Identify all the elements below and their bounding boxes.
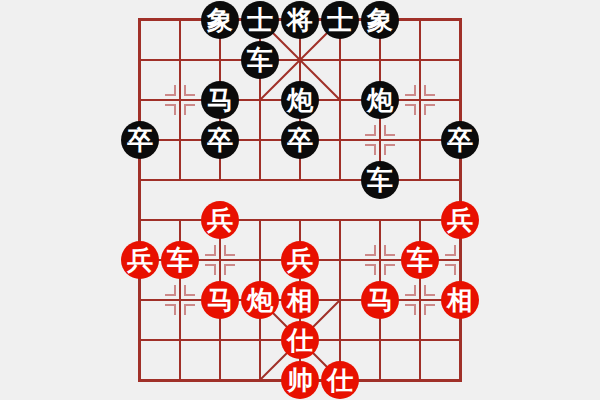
point-marker xyxy=(365,264,376,275)
point-marker xyxy=(405,304,416,315)
point-marker xyxy=(445,245,456,256)
point-marker xyxy=(205,245,216,256)
piece-black-pawn[interactable]: 卒 xyxy=(201,121,239,159)
piece-red-pawn[interactable]: 兵 xyxy=(201,201,239,239)
grid-line xyxy=(419,20,421,181)
point-marker xyxy=(384,245,395,256)
piece-black-pawn[interactable]: 卒 xyxy=(441,121,479,159)
piece-red-advisor[interactable]: 仕 xyxy=(321,361,359,399)
piece-red-chariot[interactable]: 车 xyxy=(161,241,199,279)
point-marker xyxy=(165,104,176,115)
point-marker xyxy=(184,85,195,96)
xiangqi-board: 象士将士象车马炮炮卒卒卒卒车兵兵兵车兵车马炮相马相仕帅仕 xyxy=(140,20,460,380)
point-marker xyxy=(405,85,416,96)
point-marker xyxy=(184,304,195,315)
piece-black-advisor[interactable]: 士 xyxy=(241,1,279,39)
point-marker xyxy=(424,304,435,315)
grid-line xyxy=(179,20,181,181)
point-marker xyxy=(445,264,456,275)
piece-black-chariot[interactable]: 车 xyxy=(361,161,399,199)
piece-red-advisor[interactable]: 仕 xyxy=(281,321,319,359)
piece-red-horse[interactable]: 马 xyxy=(201,281,239,319)
piece-black-pawn[interactable]: 卒 xyxy=(281,121,319,159)
piece-red-chariot[interactable]: 车 xyxy=(401,241,439,279)
piece-black-general[interactable]: 将 xyxy=(281,1,319,39)
point-marker xyxy=(424,85,435,96)
point-marker xyxy=(165,85,176,96)
point-marker xyxy=(405,104,416,115)
piece-red-pawn[interactable]: 兵 xyxy=(281,241,319,279)
piece-red-cannon[interactable]: 炮 xyxy=(241,281,279,319)
point-marker xyxy=(224,245,235,256)
piece-red-pawn[interactable]: 兵 xyxy=(441,201,479,239)
piece-red-elephant[interactable]: 相 xyxy=(441,281,479,319)
piece-black-advisor[interactable]: 士 xyxy=(321,1,359,39)
xiangqi-screenshot: 象士将士象车马炮炮卒卒卒卒车兵兵兵车兵车马炮相马相仕帅仕 xyxy=(0,0,600,400)
point-marker xyxy=(184,104,195,115)
point-marker xyxy=(384,264,395,275)
point-marker xyxy=(365,144,376,155)
piece-black-pawn[interactable]: 卒 xyxy=(121,121,159,159)
point-marker xyxy=(405,285,416,296)
point-marker xyxy=(384,144,395,155)
point-marker xyxy=(424,285,435,296)
point-marker xyxy=(184,285,195,296)
point-marker xyxy=(205,264,216,275)
piece-black-chariot[interactable]: 车 xyxy=(241,41,279,79)
point-marker xyxy=(365,245,376,256)
point-marker xyxy=(165,304,176,315)
piece-red-horse[interactable]: 马 xyxy=(361,281,399,319)
piece-red-general[interactable]: 帅 xyxy=(281,361,319,399)
point-marker xyxy=(384,125,395,136)
piece-black-cannon[interactable]: 炮 xyxy=(361,81,399,119)
point-marker xyxy=(224,264,235,275)
point-marker xyxy=(165,285,176,296)
piece-red-pawn[interactable]: 兵 xyxy=(121,241,159,279)
point-marker xyxy=(365,125,376,136)
piece-red-elephant[interactable]: 相 xyxy=(281,281,319,319)
piece-black-elephant[interactable]: 象 xyxy=(201,1,239,39)
piece-black-cannon[interactable]: 炮 xyxy=(281,81,319,119)
point-marker xyxy=(424,104,435,115)
piece-black-horse[interactable]: 马 xyxy=(201,81,239,119)
piece-black-elephant[interactable]: 象 xyxy=(361,1,399,39)
